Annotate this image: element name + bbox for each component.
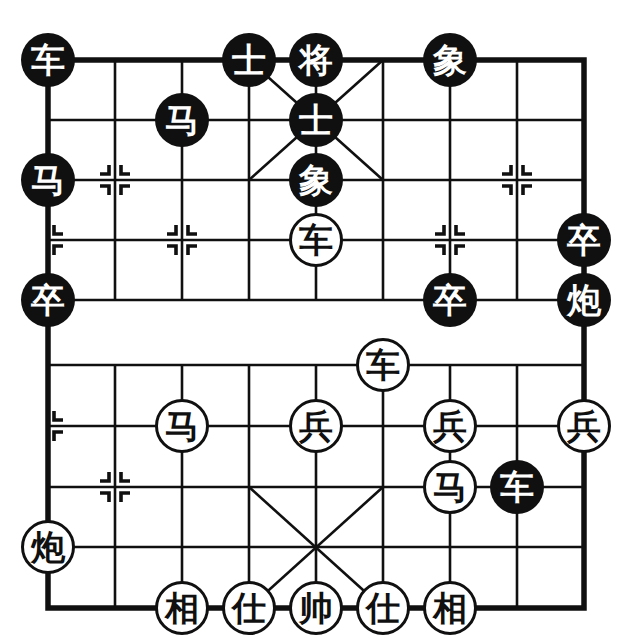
red-horse[interactable]: 马 [155,399,209,453]
black-chariot[interactable]: 车 [490,460,544,514]
red-chariot[interactable]: 车 [289,213,343,267]
red-cannon[interactable]: 炮 [21,520,75,574]
black-horse[interactable]: 马 [155,93,209,147]
red-advisor[interactable]: 仕 [222,581,276,635]
red-general[interactable]: 帅 [289,581,343,635]
red-elephant[interactable]: 相 [155,581,209,635]
red-chariot[interactable]: 车 [356,338,410,392]
red-soldier[interactable]: 兵 [423,399,477,453]
black-elephant[interactable]: 象 [289,153,343,207]
black-general[interactable]: 将 [289,33,343,87]
black-cannon[interactable]: 炮 [557,273,611,327]
black-soldier[interactable]: 卒 [423,273,477,327]
red-soldier[interactable]: 兵 [557,399,611,453]
red-horse[interactable]: 马 [423,460,477,514]
pieces-layer: 车士将象马士马象车卒卒卒炮车马兵兵兵马车炮相仕帅仕相 [0,0,640,640]
black-horse[interactable]: 马 [21,153,75,207]
red-elephant[interactable]: 相 [423,581,477,635]
xiangqi-diagram: 车士将象马士马象车卒卒卒炮车马兵兵兵马车炮相仕帅仕相 [0,0,640,640]
black-elephant[interactable]: 象 [423,33,477,87]
black-soldier[interactable]: 卒 [557,213,611,267]
red-advisor[interactable]: 仕 [356,581,410,635]
black-soldier[interactable]: 卒 [21,273,75,327]
black-advisor[interactable]: 士 [222,33,276,87]
black-chariot[interactable]: 车 [21,33,75,87]
red-soldier[interactable]: 兵 [289,399,343,453]
black-advisor[interactable]: 士 [289,93,343,147]
